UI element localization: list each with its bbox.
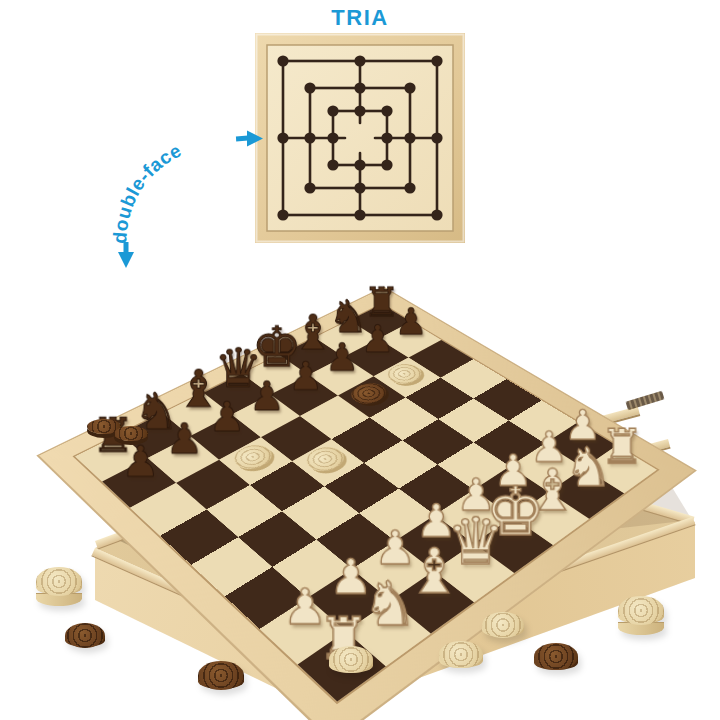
checker-top-face — [65, 623, 105, 648]
floor-checker-light — [329, 646, 373, 673]
floor-checker-dark — [198, 661, 244, 689]
checker-top-face — [198, 661, 244, 690]
checker-top-face — [618, 596, 664, 625]
floor-checkers — [0, 0, 720, 720]
floor-checker-light — [482, 612, 524, 637]
floor-checker-light-stack — [36, 567, 82, 606]
checker-top-face — [329, 646, 373, 673]
checker-top-face — [482, 612, 524, 638]
floor-checker-light — [439, 641, 483, 668]
checker-top-face — [439, 641, 483, 668]
floor-checker-light-stack — [618, 596, 664, 635]
floor-checker-dark — [65, 623, 105, 647]
product-photo: TRIA — [0, 0, 720, 720]
checker-top-face — [534, 643, 578, 670]
checker-top-face — [36, 567, 82, 596]
floor-checker-dark — [534, 643, 578, 670]
